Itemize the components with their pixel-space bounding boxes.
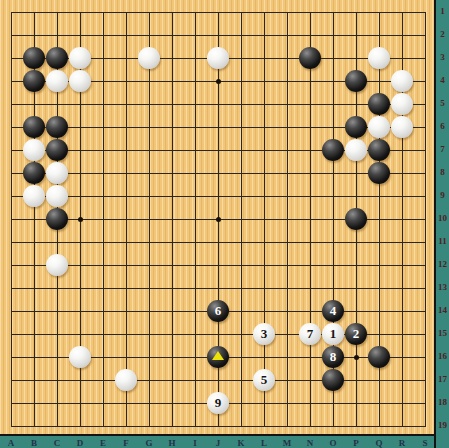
stone-white-J3[interactable] — [207, 47, 229, 69]
move-number-label: 8 — [322, 346, 344, 368]
row-label-18: 18 — [436, 397, 449, 408]
stone-white-Q3[interactable] — [368, 47, 390, 69]
move-number-label: 2 — [345, 323, 367, 345]
stone-black-Q16[interactable] — [368, 346, 390, 368]
row-label-4: 4 — [436, 75, 449, 86]
star-point-J4 — [216, 79, 221, 84]
stone-black-P15[interactable]: 2 — [345, 323, 367, 345]
row-label-3: 3 — [436, 52, 449, 63]
move-number-label: 3 — [253, 323, 275, 345]
stone-white-P7[interactable] — [345, 139, 367, 161]
row-label-1: 1 — [436, 6, 449, 17]
row-label-10: 10 — [436, 213, 449, 224]
stone-black-B6[interactable] — [23, 116, 45, 138]
stone-black-O16[interactable]: 8 — [322, 346, 344, 368]
stone-white-R4[interactable] — [391, 70, 413, 92]
row-label-14: 14 — [436, 305, 449, 316]
row-label-15: 15 — [436, 328, 449, 339]
move-number-label: 9 — [207, 392, 229, 414]
row-label-17: 17 — [436, 374, 449, 385]
stone-white-B7[interactable] — [23, 139, 45, 161]
col-label-Q: Q — [372, 438, 386, 448]
stone-black-C10[interactable] — [46, 208, 68, 230]
col-label-O: O — [326, 438, 340, 448]
row-label-11: 11 — [436, 236, 449, 247]
stone-black-B3[interactable] — [23, 47, 45, 69]
stone-black-P10[interactable] — [345, 208, 367, 230]
col-label-R: R — [395, 438, 409, 448]
stone-white-Q6[interactable] — [368, 116, 390, 138]
stone-black-N3[interactable] — [299, 47, 321, 69]
col-label-L: L — [257, 438, 271, 448]
stone-black-O17[interactable] — [322, 369, 344, 391]
stone-black-Q7[interactable] — [368, 139, 390, 161]
stone-white-O15[interactable]: 1 — [322, 323, 344, 345]
stone-black-J16[interactable] — [207, 346, 229, 368]
grid-line-horizontal — [11, 426, 426, 427]
stone-white-N15[interactable]: 7 — [299, 323, 321, 345]
move-number-label: 1 — [322, 323, 344, 345]
col-label-B: B — [27, 438, 41, 448]
stone-white-R6[interactable] — [391, 116, 413, 138]
grid-line-horizontal — [11, 380, 426, 381]
triangle-marker — [212, 351, 224, 360]
column-coordinate-strip: ABCDEFGHIJKLMNOPQRS — [0, 434, 434, 448]
row-label-9: 9 — [436, 190, 449, 201]
col-label-P: P — [349, 438, 363, 448]
screen: 643712859 12345678910111213141516171819 … — [0, 0, 449, 448]
row-label-5: 5 — [436, 98, 449, 109]
grid-line-horizontal — [11, 265, 426, 266]
stone-black-B8[interactable] — [23, 162, 45, 184]
col-label-F: F — [119, 438, 133, 448]
col-label-H: H — [165, 438, 179, 448]
col-label-C: C — [50, 438, 64, 448]
col-label-S: S — [418, 438, 432, 448]
col-label-I: I — [188, 438, 202, 448]
stone-black-Q5[interactable] — [368, 93, 390, 115]
row-label-7: 7 — [436, 144, 449, 155]
star-point-D10 — [78, 217, 83, 222]
stone-white-G3[interactable] — [138, 47, 160, 69]
row-label-16: 16 — [436, 351, 449, 362]
col-label-E: E — [96, 438, 110, 448]
grid-line-horizontal — [11, 288, 426, 289]
row-label-8: 8 — [436, 167, 449, 178]
stone-white-B9[interactable] — [23, 185, 45, 207]
grid-line-vertical — [425, 12, 426, 427]
stone-white-C12[interactable] — [46, 254, 68, 276]
stone-white-D16[interactable] — [69, 346, 91, 368]
col-label-K: K — [234, 438, 248, 448]
row-label-2: 2 — [436, 29, 449, 40]
move-number-label: 5 — [253, 369, 275, 391]
stone-black-O7[interactable] — [322, 139, 344, 161]
go-board[interactable]: 643712859 — [0, 0, 434, 434]
col-label-D: D — [73, 438, 87, 448]
stone-black-C7[interactable] — [46, 139, 68, 161]
stone-white-F17[interactable] — [115, 369, 137, 391]
grid-line-vertical — [241, 12, 242, 427]
stone-black-C3[interactable] — [46, 47, 68, 69]
col-label-M: M — [280, 438, 294, 448]
stone-white-J18[interactable]: 9 — [207, 392, 229, 414]
grid-line-horizontal — [11, 242, 426, 243]
stone-white-R5[interactable] — [391, 93, 413, 115]
col-label-G: G — [142, 438, 156, 448]
row-coordinate-strip: 12345678910111213141516171819 — [434, 0, 449, 448]
grid-line-vertical — [264, 12, 265, 427]
stone-white-L15[interactable]: 3 — [253, 323, 275, 345]
stone-black-Q8[interactable] — [368, 162, 390, 184]
stone-black-P6[interactable] — [345, 116, 367, 138]
col-label-J: J — [211, 438, 225, 448]
col-label-N: N — [303, 438, 317, 448]
stone-white-L17[interactable]: 5 — [253, 369, 275, 391]
stone-white-C4[interactable] — [46, 70, 68, 92]
grid-line-vertical — [310, 12, 311, 427]
stone-black-P4[interactable] — [345, 70, 367, 92]
row-label-13: 13 — [436, 282, 449, 293]
stone-black-B4[interactable] — [23, 70, 45, 92]
stone-black-J14[interactable]: 6 — [207, 300, 229, 322]
row-label-6: 6 — [436, 121, 449, 132]
move-number-label: 4 — [322, 300, 344, 322]
move-number-label: 7 — [299, 323, 321, 345]
move-number-label: 6 — [207, 300, 229, 322]
stone-white-C8[interactable] — [46, 162, 68, 184]
stone-white-D3[interactable] — [69, 47, 91, 69]
star-point-P16 — [354, 355, 359, 360]
star-point-J10 — [216, 217, 221, 222]
stone-white-C9[interactable] — [46, 185, 68, 207]
grid-line-vertical — [287, 12, 288, 427]
stone-white-D4[interactable] — [69, 70, 91, 92]
row-label-19: 19 — [436, 420, 449, 431]
stone-black-C6[interactable] — [46, 116, 68, 138]
col-label-A: A — [4, 438, 18, 448]
row-label-12: 12 — [436, 259, 449, 270]
stone-black-O14[interactable]: 4 — [322, 300, 344, 322]
